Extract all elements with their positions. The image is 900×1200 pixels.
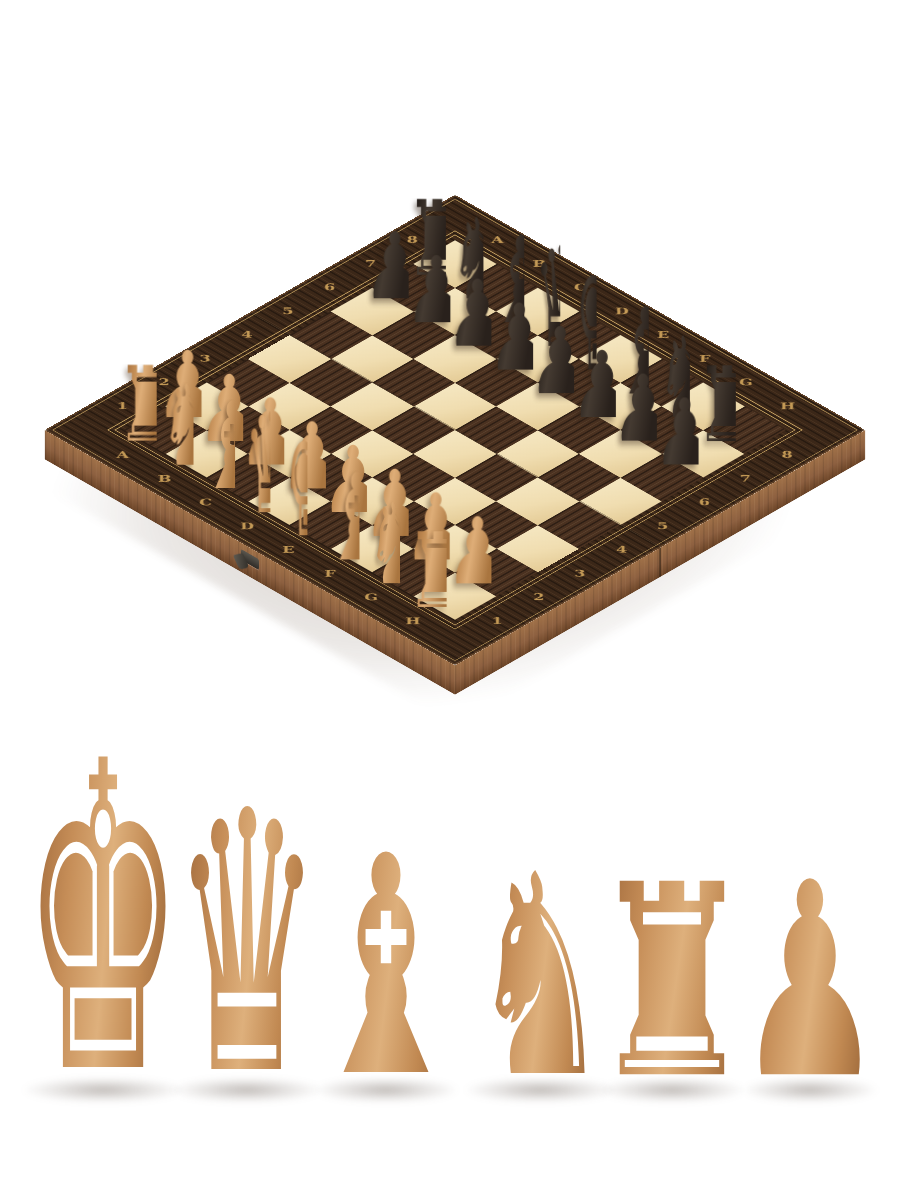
white-bishop-f1: ♝: [324, 470, 359, 566]
rank-label-6: 6: [314, 270, 346, 304]
rank-label-4: 4: [231, 318, 263, 352]
black-pawn-g7: ♟: [611, 373, 657, 447]
white-knight-b1: ♞: [160, 381, 193, 471]
file-label-c: C: [176, 493, 235, 511]
fold-seam-side: [659, 547, 660, 577]
black-pawn-c7: ♟: [445, 278, 491, 352]
white-rook-a1: ♜: [115, 364, 156, 447]
rank-label-7: 7: [730, 461, 762, 495]
white-knight-g1: ♞: [367, 500, 400, 590]
file-label-f: F: [300, 564, 359, 582]
file-label-h: H: [383, 611, 442, 629]
black-pawn-a7: ♟: [362, 230, 408, 304]
black-pawn-h7: ♟: [652, 396, 698, 470]
black-pawn-d7: ♟: [486, 302, 532, 376]
board-3d-wrapper: ABCDEFGH ABCDEFGH 87654321 87654321 ♜♞♝♛…: [165, 140, 745, 720]
board-scene: ABCDEFGH ABCDEFGH 87654321 87654321 ♜♞♝♛…: [0, 0, 900, 740]
file-label-a: A: [94, 445, 153, 463]
rank-label-8: 8: [771, 438, 803, 472]
rank-label-2: 2: [523, 580, 555, 614]
chess-set-product-photo: ABCDEFGH ABCDEFGH 87654321 87654321 ♜♞♝♛…: [0, 0, 900, 1200]
pawn-figure-glyph: ♟: [736, 877, 885, 1086]
rank-label-5: 5: [272, 294, 304, 328]
white-king-e1: ♚: [285, 414, 307, 544]
white-bishop-c1: ♝: [200, 399, 235, 495]
white-rook-h1: ♜: [405, 530, 446, 613]
piece-lineup: ♚ ♛ ♝ ♞ ♜ ♟: [0, 720, 900, 1200]
rank-label-4: 4: [606, 533, 638, 567]
rank-label-6: 6: [688, 485, 720, 519]
black-pawn-b7: ♟: [404, 254, 450, 328]
white-queen-d1: ♛: [244, 408, 270, 520]
rank-label-5: 5: [647, 509, 679, 543]
file-label-g: G: [342, 588, 401, 606]
metal-clasp-icon: [241, 549, 259, 570]
chessboard: ABCDEFGH ABCDEFGH 87654321 87654321 ♜♞♝♛…: [45, 195, 865, 665]
black-pawn-e7: ♟: [528, 325, 574, 399]
file-label-h: H: [758, 396, 817, 414]
file-label-b: B: [135, 469, 194, 487]
lineup-pawn: ♟: [690, 877, 900, 1086]
rank-label-3: 3: [564, 556, 596, 590]
rank-label-1: 1: [482, 604, 514, 638]
black-pawn-f7: ♟: [569, 349, 615, 423]
